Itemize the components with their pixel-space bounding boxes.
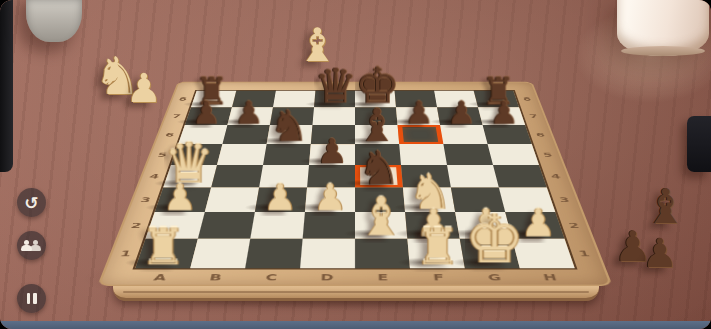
square-d8[interactable]: ♛: [314, 91, 355, 108]
square-c6[interactable]: ♞: [267, 125, 313, 144]
piece-wR-f1[interactable]: ♜: [410, 222, 465, 272]
file-label-b: B: [186, 269, 245, 284]
square-a7[interactable]: ♟: [185, 107, 232, 125]
file-label-e: E: [355, 269, 411, 284]
square-b2[interactable]: [198, 212, 255, 239]
square-f1[interactable]: ♜: [407, 239, 464, 268]
captured-white-bishop: ♝: [297, 22, 338, 68]
square-g6[interactable]: [440, 125, 488, 144]
square-d5[interactable]: ♟: [309, 144, 355, 165]
piece-bP-d5[interactable]: ♟: [309, 134, 355, 168]
piece-bN-c6[interactable]: ♞: [267, 105, 311, 148]
square-b5[interactable]: [217, 144, 267, 165]
phone-edge: [0, 0, 13, 172]
file-label-d: D: [299, 269, 355, 284]
square-a1[interactable]: ♜: [135, 239, 198, 268]
piece-bP-f7[interactable]: ♟: [398, 97, 441, 128]
board-frame: ♜♛♚♜♟♟♟♟♟♞♝♟♛♞♟♟♟♞♝♟♟♟♜♜♚ ABCDEFGH 87654…: [97, 82, 613, 286]
file-label-h: H: [520, 269, 580, 284]
chess-board: ♜♛♚♜♟♟♟♟♟♞♝♟♛♞♟♟♟♞♝♟♟♟♜♜♚: [135, 91, 574, 268]
piece-wP-d3[interactable]: ♟: [305, 178, 355, 215]
lamp-rim: [621, 46, 705, 56]
square-g1[interactable]: ♚: [460, 239, 520, 268]
pause-button[interactable]: [17, 284, 46, 313]
captured-black-pawn-2: ♟: [642, 233, 678, 273]
square-f7[interactable]: ♟: [396, 107, 440, 125]
square-h5[interactable]: [488, 144, 539, 165]
square-h7[interactable]: ♟: [478, 107, 525, 125]
file-label-f: F: [410, 269, 468, 284]
app-screen: ♜♛♚♜♟♟♟♟♟♞♝♟♛♞♟♟♟♞♝♟♟♟♜♜♚ ABCDEFGH 87654…: [0, 0, 711, 329]
players-button[interactable]: [17, 231, 46, 260]
square-f6[interactable]: [398, 125, 444, 144]
piece-wP-c3[interactable]: ♟: [255, 178, 305, 215]
file-labels: ABCDEFGH: [130, 269, 581, 284]
undo-button[interactable]: ↺: [17, 188, 46, 217]
piece-wK-g1[interactable]: ♚: [465, 206, 520, 273]
piece-bP-a7[interactable]: ♟: [185, 97, 228, 128]
bottom-bar: [0, 321, 711, 329]
square-d7[interactable]: [312, 107, 355, 125]
undo-arrow-icon: ↺: [24, 193, 38, 213]
square-c1[interactable]: [245, 239, 302, 268]
square-d3[interactable]: ♟: [305, 188, 355, 213]
piece-wR-a1[interactable]: ♜: [136, 222, 191, 272]
piece-wB-e2[interactable]: ♝: [355, 190, 407, 243]
square-h6[interactable]: [483, 125, 532, 144]
board-3d-scene: ♜♛♚♜♟♟♟♟♟♞♝♟♛♞♟♟♟♞♝♟♟♟♜♜♚ ABCDEFGH 87654…: [97, 82, 613, 286]
square-c5[interactable]: [263, 144, 311, 165]
phone: [687, 116, 711, 172]
square-a3[interactable]: ♟: [155, 188, 211, 213]
piece-wP-a3[interactable]: ♟: [155, 178, 205, 215]
square-d1[interactable]: [300, 239, 355, 268]
two-players-icon: [30, 240, 41, 251]
file-label-c: C: [242, 269, 300, 284]
file-label-a: A: [130, 269, 190, 284]
square-h4[interactable]: [493, 165, 547, 188]
square-e1[interactable]: [355, 239, 410, 268]
square-c2[interactable]: [250, 212, 305, 239]
square-g7[interactable]: ♟: [437, 107, 483, 125]
pause-icon: [27, 293, 37, 304]
square-e2[interactable]: ♝: [355, 212, 407, 239]
square-b1[interactable]: [190, 239, 250, 268]
file-label-g: G: [465, 269, 524, 284]
captured-white-pawn: ♟: [126, 68, 162, 108]
piece-bP-g7[interactable]: ♟: [440, 97, 483, 128]
square-c3[interactable]: ♟: [255, 188, 307, 213]
piece-bP-h7[interactable]: ♟: [483, 97, 526, 128]
piece-bP-b7[interactable]: ♟: [227, 97, 270, 128]
